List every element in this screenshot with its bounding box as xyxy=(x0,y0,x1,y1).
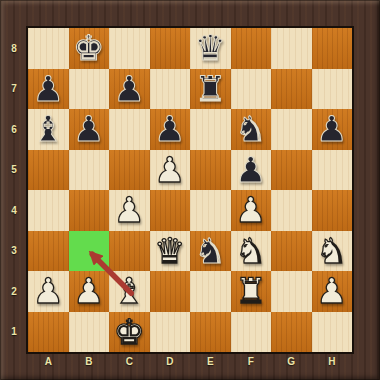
piece-black-pawn[interactable]: ♟ xyxy=(33,69,64,110)
square-b4[interactable] xyxy=(69,190,110,231)
square-a2[interactable]: ♟ xyxy=(28,271,69,312)
file-label-d: D xyxy=(150,352,191,378)
square-f4[interactable]: ♟ xyxy=(231,190,272,231)
square-f5[interactable]: ♟ xyxy=(231,150,272,191)
chess-board: ♚♛♟♟♜♝♟♟♞♟♟♟♟♟♛♞♞♞♟♟♝♜♟♚ xyxy=(28,28,352,352)
square-g8[interactable] xyxy=(271,28,312,69)
rank-label-5: 5 xyxy=(0,150,28,191)
piece-white-pawn[interactable]: ♟ xyxy=(235,190,266,231)
rank-label-8: 8 xyxy=(0,28,28,69)
file-label-h: H xyxy=(312,352,353,378)
square-h2[interactable]: ♟ xyxy=(312,271,353,312)
piece-black-queen[interactable]: ♛ xyxy=(195,28,226,69)
square-e8[interactable]: ♛ xyxy=(190,28,231,69)
file-label-e: E xyxy=(190,352,231,378)
square-b8[interactable]: ♚ xyxy=(69,28,110,69)
file-label-b: B xyxy=(69,352,110,378)
square-c5[interactable] xyxy=(109,150,150,191)
piece-white-pawn[interactable]: ♟ xyxy=(33,271,64,312)
rank-label-3: 3 xyxy=(0,231,28,272)
square-c6[interactable] xyxy=(109,109,150,150)
square-c1[interactable]: ♚ xyxy=(109,312,150,353)
rank-label-1: 1 xyxy=(0,312,28,353)
square-f6[interactable]: ♞ xyxy=(231,109,272,150)
square-h3[interactable]: ♞ xyxy=(312,231,353,272)
square-h4[interactable] xyxy=(312,190,353,231)
square-b2[interactable]: ♟ xyxy=(69,271,110,312)
square-c3[interactable] xyxy=(109,231,150,272)
rank-label-7: 7 xyxy=(0,69,28,110)
square-e2[interactable] xyxy=(190,271,231,312)
square-h7[interactable] xyxy=(312,69,353,110)
square-d2[interactable] xyxy=(150,271,191,312)
rank-label-4: 4 xyxy=(0,190,28,231)
square-h5[interactable] xyxy=(312,150,353,191)
board-grid: ♚♛♟♟♜♝♟♟♞♟♟♟♟♟♛♞♞♞♟♟♝♜♟♚ xyxy=(28,28,352,352)
square-f7[interactable] xyxy=(231,69,272,110)
square-g5[interactable] xyxy=(271,150,312,191)
square-g2[interactable] xyxy=(271,271,312,312)
square-d1[interactable] xyxy=(150,312,191,353)
square-e3[interactable]: ♞ xyxy=(190,231,231,272)
piece-black-pawn[interactable]: ♟ xyxy=(73,109,104,150)
square-e1[interactable] xyxy=(190,312,231,353)
square-c4[interactable]: ♟ xyxy=(109,190,150,231)
piece-white-knight[interactable]: ♞ xyxy=(235,231,266,272)
square-e6[interactable] xyxy=(190,109,231,150)
square-a1[interactable] xyxy=(28,312,69,353)
file-label-c: C xyxy=(109,352,150,378)
file-label-f: F xyxy=(231,352,272,378)
square-a6[interactable]: ♝ xyxy=(28,109,69,150)
square-e5[interactable] xyxy=(190,150,231,191)
square-f8[interactable] xyxy=(231,28,272,69)
square-g7[interactable] xyxy=(271,69,312,110)
file-coordinates: ABCDEFGH xyxy=(28,352,352,378)
piece-black-pawn[interactable]: ♟ xyxy=(235,150,266,191)
square-b3[interactable] xyxy=(69,231,110,272)
square-g4[interactable] xyxy=(271,190,312,231)
square-a5[interactable] xyxy=(28,150,69,191)
square-a4[interactable] xyxy=(28,190,69,231)
rank-coordinates: 87654321 xyxy=(0,28,28,352)
square-d7[interactable] xyxy=(150,69,191,110)
square-d8[interactable] xyxy=(150,28,191,69)
square-a3[interactable] xyxy=(28,231,69,272)
piece-black-rook[interactable]: ♜ xyxy=(195,69,226,110)
square-g1[interactable] xyxy=(271,312,312,353)
file-label-a: A xyxy=(28,352,69,378)
piece-white-knight[interactable]: ♞ xyxy=(316,231,347,272)
square-f3[interactable]: ♞ xyxy=(231,231,272,272)
square-h6[interactable]: ♟ xyxy=(312,109,353,150)
piece-white-queen[interactable]: ♛ xyxy=(154,231,185,272)
square-d3[interactable]: ♛ xyxy=(150,231,191,272)
piece-white-pawn[interactable]: ♟ xyxy=(154,150,185,191)
rank-label-2: 2 xyxy=(0,271,28,312)
square-g3[interactable] xyxy=(271,231,312,272)
piece-white-king[interactable]: ♚ xyxy=(114,312,145,353)
square-h1[interactable] xyxy=(312,312,353,353)
square-e7[interactable]: ♜ xyxy=(190,69,231,110)
square-f1[interactable] xyxy=(231,312,272,353)
square-c7[interactable]: ♟ xyxy=(109,69,150,110)
piece-black-pawn[interactable]: ♟ xyxy=(114,69,145,110)
piece-black-pawn[interactable]: ♟ xyxy=(154,109,185,150)
square-c2[interactable]: ♝ xyxy=(109,271,150,312)
square-c8[interactable] xyxy=(109,28,150,69)
piece-black-pawn[interactable]: ♟ xyxy=(316,109,347,150)
chess-board-frame: 87654321 ABCDEFGH ♚♛♟♟♜♝♟♟♞♟♟♟♟♟♛♞♞♞♟♟♝♜… xyxy=(0,0,380,380)
piece-black-bishop[interactable]: ♝ xyxy=(33,109,64,150)
piece-white-pawn[interactable]: ♟ xyxy=(114,190,145,231)
square-b7[interactable] xyxy=(69,69,110,110)
piece-white-pawn[interactable]: ♟ xyxy=(73,271,104,312)
piece-black-knight[interactable]: ♞ xyxy=(195,231,226,272)
square-d4[interactable] xyxy=(150,190,191,231)
square-h8[interactable] xyxy=(312,28,353,69)
piece-white-bishop[interactable]: ♝ xyxy=(114,271,145,312)
square-b6[interactable]: ♟ xyxy=(69,109,110,150)
piece-black-king[interactable]: ♚ xyxy=(73,28,104,69)
square-a8[interactable] xyxy=(28,28,69,69)
piece-white-rook[interactable]: ♜ xyxy=(235,271,266,312)
square-g6[interactable] xyxy=(271,109,312,150)
square-f2[interactable]: ♜ xyxy=(231,271,272,312)
piece-white-pawn[interactable]: ♟ xyxy=(316,271,347,312)
piece-black-knight[interactable]: ♞ xyxy=(235,109,266,150)
square-d5[interactable]: ♟ xyxy=(150,150,191,191)
square-a7[interactable]: ♟ xyxy=(28,69,69,110)
file-label-g: G xyxy=(271,352,312,378)
rank-label-6: 6 xyxy=(0,109,28,150)
square-d6[interactable]: ♟ xyxy=(150,109,191,150)
square-b5[interactable] xyxy=(69,150,110,191)
square-b1[interactable] xyxy=(69,312,110,353)
square-e4[interactable] xyxy=(190,190,231,231)
